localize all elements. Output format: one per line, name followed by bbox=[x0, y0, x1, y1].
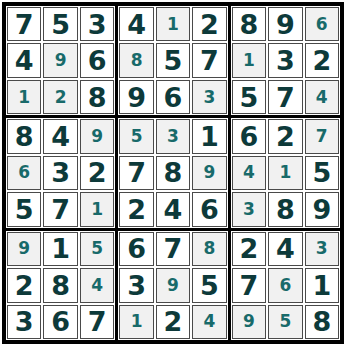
cell-r8c8[interactable]: 6 bbox=[268, 268, 302, 302]
cell-r1c7[interactable]: 8 bbox=[232, 7, 266, 41]
cell-r1c8[interactable]: 9 bbox=[268, 7, 302, 41]
cell-r6c8[interactable]: 8 bbox=[268, 192, 302, 226]
cell-r2c1[interactable]: 4 bbox=[7, 43, 41, 77]
cell-r1c4[interactable]: 4 bbox=[119, 7, 153, 41]
cell-r9c4[interactable]: 1 bbox=[119, 305, 153, 339]
cell-r2c4[interactable]: 8 bbox=[119, 43, 153, 77]
cell-r4c6[interactable]: 1 bbox=[192, 119, 226, 153]
cell-r5c5[interactable]: 8 bbox=[156, 156, 190, 190]
cell-r9c8[interactable]: 5 bbox=[268, 305, 302, 339]
cell-r3c3[interactable]: 8 bbox=[80, 80, 114, 114]
cell-r3c1[interactable]: 1 bbox=[7, 80, 41, 114]
cell-r7c6[interactable]: 8 bbox=[192, 232, 226, 266]
cell-r5c7[interactable]: 4 bbox=[232, 156, 266, 190]
sudoku-board: 7534961284128579638961325748496325715317… bbox=[2, 2, 344, 344]
cell-r5c8[interactable]: 1 bbox=[268, 156, 302, 190]
cell-r6c2[interactable]: 7 bbox=[43, 192, 77, 226]
cell-r8c5[interactable]: 9 bbox=[156, 268, 190, 302]
cell-r2c3[interactable]: 6 bbox=[80, 43, 114, 77]
cell-r4c5[interactable]: 3 bbox=[156, 119, 190, 153]
box-8: 678395124 bbox=[118, 231, 227, 340]
box-7: 915284367 bbox=[6, 231, 115, 340]
cell-r5c4[interactable]: 7 bbox=[119, 156, 153, 190]
box-5: 531789246 bbox=[118, 118, 227, 227]
cell-r8c4[interactable]: 3 bbox=[119, 268, 153, 302]
cell-r5c3[interactable]: 2 bbox=[80, 156, 114, 190]
cell-r6c9[interactable]: 9 bbox=[305, 192, 339, 226]
cell-r2c7[interactable]: 1 bbox=[232, 43, 266, 77]
cell-r5c9[interactable]: 5 bbox=[305, 156, 339, 190]
cell-r6c4[interactable]: 2 bbox=[119, 192, 153, 226]
cell-r7c1[interactable]: 9 bbox=[7, 232, 41, 266]
box-6: 627415389 bbox=[231, 118, 340, 227]
cell-r8c3[interactable]: 4 bbox=[80, 268, 114, 302]
cell-r1c5[interactable]: 1 bbox=[156, 7, 190, 41]
cell-r9c5[interactable]: 2 bbox=[156, 305, 190, 339]
cell-r9c6[interactable]: 4 bbox=[192, 305, 226, 339]
cell-r5c2[interactable]: 3 bbox=[43, 156, 77, 190]
cell-r5c6[interactable]: 9 bbox=[192, 156, 226, 190]
cell-r9c3[interactable]: 7 bbox=[80, 305, 114, 339]
box-1: 753496128 bbox=[6, 6, 115, 115]
cell-r3c6[interactable]: 3 bbox=[192, 80, 226, 114]
box-3: 896132574 bbox=[231, 6, 340, 115]
cell-r6c1[interactable]: 5 bbox=[7, 192, 41, 226]
cell-r2c9[interactable]: 2 bbox=[305, 43, 339, 77]
cell-r1c9[interactable]: 6 bbox=[305, 7, 339, 41]
cell-r6c5[interactable]: 4 bbox=[156, 192, 190, 226]
cell-r7c3[interactable]: 5 bbox=[80, 232, 114, 266]
cell-r2c6[interactable]: 7 bbox=[192, 43, 226, 77]
cell-r2c2[interactable]: 9 bbox=[43, 43, 77, 77]
cell-r2c5[interactable]: 5 bbox=[156, 43, 190, 77]
cell-r1c6[interactable]: 2 bbox=[192, 7, 226, 41]
cell-r4c8[interactable]: 2 bbox=[268, 119, 302, 153]
cell-r8c9[interactable]: 1 bbox=[305, 268, 339, 302]
cell-r4c2[interactable]: 4 bbox=[43, 119, 77, 153]
cell-r3c9[interactable]: 4 bbox=[305, 80, 339, 114]
cell-r9c2[interactable]: 6 bbox=[43, 305, 77, 339]
cell-r4c3[interactable]: 9 bbox=[80, 119, 114, 153]
cell-r7c7[interactable]: 2 bbox=[232, 232, 266, 266]
cell-r7c9[interactable]: 3 bbox=[305, 232, 339, 266]
cell-r8c7[interactable]: 7 bbox=[232, 268, 266, 302]
cell-r4c7[interactable]: 6 bbox=[232, 119, 266, 153]
cell-r5c1[interactable]: 6 bbox=[7, 156, 41, 190]
cell-r4c4[interactable]: 5 bbox=[119, 119, 153, 153]
cell-r7c5[interactable]: 7 bbox=[156, 232, 190, 266]
cell-r7c4[interactable]: 6 bbox=[119, 232, 153, 266]
cell-r8c6[interactable]: 5 bbox=[192, 268, 226, 302]
cell-r9c9[interactable]: 8 bbox=[305, 305, 339, 339]
cell-r3c7[interactable]: 5 bbox=[232, 80, 266, 114]
cell-r8c2[interactable]: 8 bbox=[43, 268, 77, 302]
box-2: 412857963 bbox=[118, 6, 227, 115]
cell-r1c1[interactable]: 7 bbox=[7, 7, 41, 41]
cell-r6c7[interactable]: 3 bbox=[232, 192, 266, 226]
cell-r3c4[interactable]: 9 bbox=[119, 80, 153, 114]
box-4: 849632571 bbox=[6, 118, 115, 227]
cell-r7c2[interactable]: 1 bbox=[43, 232, 77, 266]
cell-r9c7[interactable]: 9 bbox=[232, 305, 266, 339]
cell-r3c5[interactable]: 6 bbox=[156, 80, 190, 114]
cell-r3c2[interactable]: 2 bbox=[43, 80, 77, 114]
cell-r4c1[interactable]: 8 bbox=[7, 119, 41, 153]
cell-r1c2[interactable]: 5 bbox=[43, 7, 77, 41]
box-9: 243761958 bbox=[231, 231, 340, 340]
cell-r3c8[interactable]: 7 bbox=[268, 80, 302, 114]
cell-r2c8[interactable]: 3 bbox=[268, 43, 302, 77]
cell-r7c8[interactable]: 4 bbox=[268, 232, 302, 266]
cell-r1c3[interactable]: 3 bbox=[80, 7, 114, 41]
cell-r6c3[interactable]: 1 bbox=[80, 192, 114, 226]
cell-r9c1[interactable]: 3 bbox=[7, 305, 41, 339]
cell-r8c1[interactable]: 2 bbox=[7, 268, 41, 302]
cell-r6c6[interactable]: 6 bbox=[192, 192, 226, 226]
cell-r4c9[interactable]: 7 bbox=[305, 119, 339, 153]
